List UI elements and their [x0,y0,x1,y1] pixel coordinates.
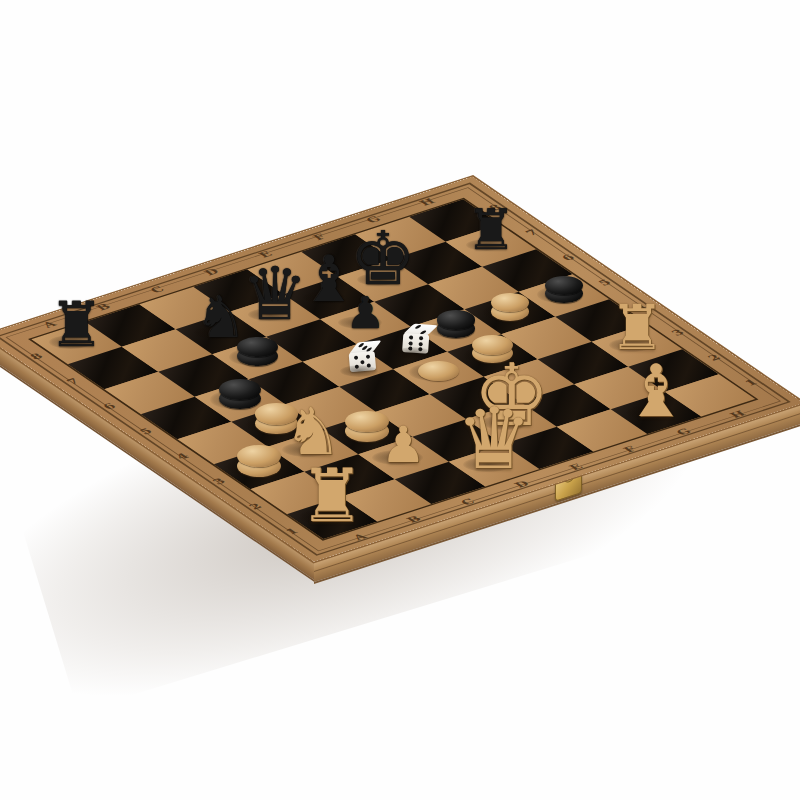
checker-disk [219,379,261,400]
piece-black-rook-h7: ♜ [466,202,516,258]
checker-disk [237,445,282,467]
die-pip [408,341,412,345]
checker-disk [418,361,459,381]
die-pip [414,325,422,329]
piece-wood-pawn-c2: ♟ [381,420,426,470]
checker-disk [545,276,583,295]
piece-wood-rook-a1: ♜ [299,459,364,532]
piece-black-king-f7: ♚ [350,220,416,294]
die-pip [366,354,370,358]
piece-wood-queen-d1: ♛ [456,395,532,480]
ground-shadow [340,365,378,377]
die-pip [419,336,423,340]
die-pip [419,342,423,346]
piece-black-rook-a8: ♜ [49,294,105,356]
die-pip [409,336,413,340]
piece-black-knight-c7: ♞ [195,288,247,346]
checker-disk [237,337,277,357]
piece-black-pawn-e6: ♟ [346,291,385,335]
die-pip [354,355,358,359]
piece-wood-bishop-g1: ♝ [624,355,689,427]
piece-black-queen-d7: ♛ [242,256,307,329]
die-pip [360,359,364,363]
product-photo: ABCDEFGH ABCDEFGH 87654321 87654321 ♜♜♞♛… [0,0,800,800]
checker-disk [437,310,476,329]
